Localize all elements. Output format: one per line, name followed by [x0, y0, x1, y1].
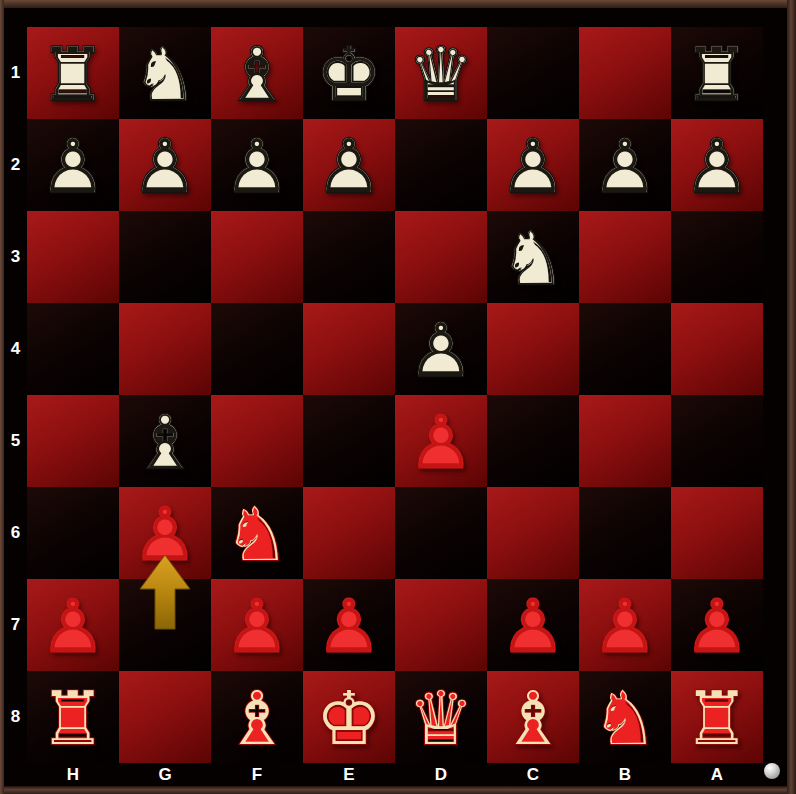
square-a3[interactable]: [671, 211, 763, 303]
square-d7[interactable]: [395, 579, 487, 671]
rank-label-5: 5: [4, 395, 27, 487]
square-f6[interactable]: ♞♘: [211, 487, 303, 579]
square-f8[interactable]: ♝♗: [211, 671, 303, 763]
red-rook: ♜♖: [671, 671, 763, 763]
square-g1[interactable]: ♞♘: [119, 27, 211, 119]
square-d2[interactable]: [395, 119, 487, 211]
red-pawn: ♟♙: [211, 579, 303, 671]
square-f7[interactable]: ♟♙: [211, 579, 303, 671]
file-label-d: D: [395, 762, 487, 787]
square-h3[interactable]: [27, 211, 119, 303]
square-b1[interactable]: [579, 27, 671, 119]
red-pawn: ♟♙: [119, 487, 211, 579]
piece-glyph-detail: ♙: [487, 119, 579, 211]
square-h5[interactable]: [27, 395, 119, 487]
white-pawn: ♟♙: [671, 119, 763, 211]
piece-glyph-detail: ♙: [395, 303, 487, 395]
white-rook: ♜♖: [27, 27, 119, 119]
piece-glyph-detail: ♙: [671, 119, 763, 211]
square-g8[interactable]: [119, 671, 211, 763]
piece-glyph-detail: ♘: [119, 27, 211, 119]
square-h8[interactable]: ♜♖: [27, 671, 119, 763]
chess-app-window: ♜♖♞♘♝♗♚♔♛♕♜♖♟♙♟♙♟♙♟♙♟♙♟♙♟♙♞♘♟♙♝♗♟♙♟♙♞♘♟♙…: [0, 0, 796, 794]
white-king: ♚♔: [303, 27, 395, 119]
square-b5[interactable]: [579, 395, 671, 487]
piece-glyph-detail: ♗: [211, 671, 303, 763]
square-d6[interactable]: [395, 487, 487, 579]
square-d3[interactable]: [395, 211, 487, 303]
rank-label-6: 6: [4, 487, 27, 579]
piece-glyph-detail: ♖: [671, 671, 763, 763]
white-bishop: ♝♗: [211, 27, 303, 119]
board-frame-left: [0, 0, 4, 794]
square-g3[interactable]: [119, 211, 211, 303]
piece-glyph-detail: ♙: [119, 487, 211, 579]
square-a8[interactable]: ♜♖: [671, 671, 763, 763]
piece-glyph-detail: ♘: [579, 671, 671, 763]
square-a7[interactable]: ♟♙: [671, 579, 763, 671]
square-e8[interactable]: ♚♔: [303, 671, 395, 763]
file-label-h: H: [27, 762, 119, 787]
piece-glyph-detail: ♗: [211, 27, 303, 119]
piece-glyph-detail: ♘: [487, 211, 579, 303]
piece-glyph-detail: ♙: [211, 119, 303, 211]
red-knight: ♞♘: [579, 671, 671, 763]
file-label-e: E: [303, 762, 395, 787]
square-g6[interactable]: ♟♙: [119, 487, 211, 579]
piece-glyph-detail: ♙: [303, 119, 395, 211]
piece-glyph-detail: ♙: [395, 395, 487, 487]
square-d5[interactable]: ♟♙: [395, 395, 487, 487]
rank-label-3: 3: [4, 211, 27, 303]
square-a2[interactable]: ♟♙: [671, 119, 763, 211]
square-h6[interactable]: [27, 487, 119, 579]
piece-glyph-detail: ♙: [27, 579, 119, 671]
square-b2[interactable]: ♟♙: [579, 119, 671, 211]
square-h7[interactable]: ♟♙: [27, 579, 119, 671]
white-pawn: ♟♙: [119, 119, 211, 211]
square-e4[interactable]: [303, 303, 395, 395]
board-frame-top: [0, 0, 796, 8]
square-e7[interactable]: ♟♙: [303, 579, 395, 671]
square-h1[interactable]: ♜♖: [27, 27, 119, 119]
white-pawn: ♟♙: [27, 119, 119, 211]
white-bishop: ♝♗: [119, 395, 211, 487]
red-king: ♚♔: [303, 671, 395, 763]
white-pawn: ♟♙: [579, 119, 671, 211]
piece-glyph-detail: ♖: [27, 27, 119, 119]
square-d1[interactable]: ♛♕: [395, 27, 487, 119]
board-frame-right: [787, 0, 796, 794]
square-g5[interactable]: ♝♗: [119, 395, 211, 487]
square-h2[interactable]: ♟♙: [27, 119, 119, 211]
white-pawn: ♟♙: [211, 119, 303, 211]
piece-glyph-detail: ♘: [211, 487, 303, 579]
red-knight: ♞♘: [211, 487, 303, 579]
file-label-b: B: [579, 762, 671, 787]
rank-label-7: 7: [4, 579, 27, 671]
rank-label-2: 2: [4, 119, 27, 211]
piece-glyph-detail: ♔: [303, 27, 395, 119]
piece-glyph-detail: ♙: [27, 119, 119, 211]
square-f1[interactable]: ♝♗: [211, 27, 303, 119]
square-d8[interactable]: ♛♕: [395, 671, 487, 763]
square-e2[interactable]: ♟♙: [303, 119, 395, 211]
square-h4[interactable]: [27, 303, 119, 395]
square-a5[interactable]: [671, 395, 763, 487]
square-a1[interactable]: ♜♖: [671, 27, 763, 119]
square-e6[interactable]: [303, 487, 395, 579]
red-pawn: ♟♙: [395, 395, 487, 487]
square-b3[interactable]: [579, 211, 671, 303]
square-f5[interactable]: [211, 395, 303, 487]
square-f4[interactable]: [211, 303, 303, 395]
square-e3[interactable]: [303, 211, 395, 303]
square-g2[interactable]: ♟♙: [119, 119, 211, 211]
square-b8[interactable]: ♞♘: [579, 671, 671, 763]
square-c6[interactable]: [487, 487, 579, 579]
file-label-a: A: [671, 762, 763, 787]
red-queen: ♛♕: [395, 671, 487, 763]
square-f3[interactable]: [211, 211, 303, 303]
red-rook: ♜♖: [27, 671, 119, 763]
square-e1[interactable]: ♚♔: [303, 27, 395, 119]
piece-glyph-detail: ♗: [487, 671, 579, 763]
red-pawn: ♟♙: [579, 579, 671, 671]
chess-board: ♜♖♞♘♝♗♚♔♛♕♜♖♟♙♟♙♟♙♟♙♟♙♟♙♟♙♞♘♟♙♝♗♟♙♟♙♞♘♟♙…: [27, 27, 763, 763]
file-label-f: F: [211, 762, 303, 787]
piece-glyph-detail: ♙: [211, 579, 303, 671]
piece-glyph-detail: ♙: [579, 579, 671, 671]
white-queen: ♛♕: [395, 27, 487, 119]
piece-glyph-detail: ♙: [303, 579, 395, 671]
square-b4[interactable]: [579, 303, 671, 395]
rank-label-4: 4: [4, 303, 27, 395]
square-b6[interactable]: [579, 487, 671, 579]
red-pawn: ♟♙: [487, 579, 579, 671]
piece-glyph-detail: ♔: [303, 671, 395, 763]
corner-ball-indicator: [764, 763, 780, 779]
white-rook: ♜♖: [671, 27, 763, 119]
square-a6[interactable]: [671, 487, 763, 579]
square-c8[interactable]: ♝♗: [487, 671, 579, 763]
white-pawn: ♟♙: [303, 119, 395, 211]
white-pawn: ♟♙: [487, 119, 579, 211]
square-g7[interactable]: [119, 579, 211, 671]
piece-glyph-detail: ♗: [119, 395, 211, 487]
red-pawn: ♟♙: [671, 579, 763, 671]
red-pawn: ♟♙: [27, 579, 119, 671]
square-c5[interactable]: [487, 395, 579, 487]
board-frame-bottom: [0, 786, 796, 794]
piece-glyph-detail: ♙: [487, 579, 579, 671]
square-d4[interactable]: ♟♙: [395, 303, 487, 395]
file-label-c: C: [487, 762, 579, 787]
red-bishop: ♝♗: [487, 671, 579, 763]
square-c3[interactable]: ♞♘: [487, 211, 579, 303]
square-c7[interactable]: ♟♙: [487, 579, 579, 671]
square-c4[interactable]: [487, 303, 579, 395]
white-knight: ♞♘: [119, 27, 211, 119]
white-knight: ♞♘: [487, 211, 579, 303]
square-a4[interactable]: [671, 303, 763, 395]
square-c1[interactable]: [487, 27, 579, 119]
rank-label-8: 8: [4, 671, 27, 763]
red-pawn: ♟♙: [303, 579, 395, 671]
rank-label-1: 1: [4, 27, 27, 119]
square-c2[interactable]: ♟♙: [487, 119, 579, 211]
square-e5[interactable]: [303, 395, 395, 487]
piece-glyph-detail: ♙: [671, 579, 763, 671]
white-pawn: ♟♙: [395, 303, 487, 395]
square-b7[interactable]: ♟♙: [579, 579, 671, 671]
piece-glyph-detail: ♕: [395, 671, 487, 763]
red-bishop: ♝♗: [211, 671, 303, 763]
square-g4[interactable]: [119, 303, 211, 395]
square-f2[interactable]: ♟♙: [211, 119, 303, 211]
piece-glyph-detail: ♖: [27, 671, 119, 763]
piece-glyph-detail: ♙: [119, 119, 211, 211]
piece-glyph-detail: ♖: [671, 27, 763, 119]
piece-glyph-detail: ♕: [395, 27, 487, 119]
file-label-g: G: [119, 762, 211, 787]
piece-glyph-detail: ♙: [579, 119, 671, 211]
